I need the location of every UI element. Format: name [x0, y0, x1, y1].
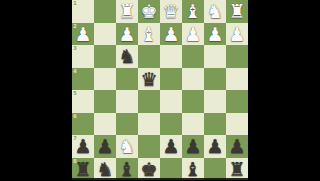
- piece-black-pawn-c7[interactable]: ♟: [182, 135, 204, 158]
- square-e4[interactable]: ♛: [138, 68, 160, 91]
- square-g5[interactable]: [94, 90, 116, 113]
- piece-white-pawn-d2[interactable]: ♟: [160, 23, 182, 46]
- square-a3[interactable]: [226, 45, 248, 68]
- square-d4[interactable]: [160, 68, 182, 91]
- video-frame: 1♜♚♛♝♞♜2♟♟♝♟♟♟♟3♞4♛567♟♟♞♟♟♟♟8♜♞♝♚♝♜: [0, 0, 320, 180]
- square-f2[interactable]: ♟: [116, 23, 138, 46]
- square-g4[interactable]: [94, 68, 116, 91]
- square-b3[interactable]: [204, 45, 226, 68]
- piece-black-queen-e4[interactable]: ♛: [138, 68, 160, 91]
- square-f5[interactable]: [116, 90, 138, 113]
- square-b4[interactable]: [204, 68, 226, 91]
- square-h6[interactable]: 6: [72, 113, 94, 136]
- square-g7[interactable]: ♟: [94, 135, 116, 158]
- square-c6[interactable]: [182, 113, 204, 136]
- square-c4[interactable]: [182, 68, 204, 91]
- square-e2[interactable]: ♝: [138, 23, 160, 46]
- piece-white-knight-b1[interactable]: ♞: [204, 0, 226, 23]
- piece-black-pawn-h7[interactable]: ♟: [72, 135, 94, 158]
- letterbox-right: [248, 0, 320, 180]
- square-g6[interactable]: [94, 113, 116, 136]
- piece-white-bishop-c1[interactable]: ♝: [182, 0, 204, 23]
- piece-white-pawn-f2[interactable]: ♟: [116, 23, 138, 46]
- square-a1[interactable]: ♜: [226, 0, 248, 23]
- square-a7[interactable]: ♟: [226, 135, 248, 158]
- board-bottom-edge: [72, 178, 248, 181]
- square-d1[interactable]: ♛: [160, 0, 182, 23]
- rank-label-1: 1: [73, 0, 77, 6]
- square-e3[interactable]: [138, 45, 160, 68]
- square-d7[interactable]: ♟: [160, 135, 182, 158]
- square-h2[interactable]: 2♟: [72, 23, 94, 46]
- square-g3[interactable]: [94, 45, 116, 68]
- square-d2[interactable]: ♟: [160, 23, 182, 46]
- square-g1[interactable]: [94, 0, 116, 23]
- square-f7[interactable]: ♞: [116, 135, 138, 158]
- piece-white-bishop-e2[interactable]: ♝: [138, 23, 160, 46]
- piece-white-rook-a1[interactable]: ♜: [226, 0, 248, 23]
- square-e7[interactable]: [138, 135, 160, 158]
- piece-black-pawn-g7[interactable]: ♟: [94, 135, 116, 158]
- square-h4[interactable]: 4: [72, 68, 94, 91]
- square-b5[interactable]: [204, 90, 226, 113]
- piece-black-pawn-d7[interactable]: ♟: [160, 135, 182, 158]
- square-c3[interactable]: [182, 45, 204, 68]
- square-d3[interactable]: [160, 45, 182, 68]
- square-e1[interactable]: ♚: [138, 0, 160, 23]
- piece-black-pawn-b7[interactable]: ♟: [204, 135, 226, 158]
- piece-white-pawn-h2[interactable]: ♟: [72, 23, 94, 46]
- square-a5[interactable]: [226, 90, 248, 113]
- piece-white-pawn-a2[interactable]: ♟: [226, 23, 248, 46]
- square-b6[interactable]: [204, 113, 226, 136]
- rank-label-5: 5: [73, 90, 77, 96]
- rank-label-6: 6: [73, 113, 77, 119]
- square-f6[interactable]: [116, 113, 138, 136]
- square-e5[interactable]: [138, 90, 160, 113]
- square-e6[interactable]: [138, 113, 160, 136]
- piece-white-king-e1[interactable]: ♚: [138, 0, 160, 23]
- square-d5[interactable]: [160, 90, 182, 113]
- square-f3[interactable]: ♞: [116, 45, 138, 68]
- piece-white-rook-f1[interactable]: ♜: [116, 0, 138, 23]
- piece-black-knight-f3[interactable]: ♞: [116, 45, 138, 68]
- square-b1[interactable]: ♞: [204, 0, 226, 23]
- letterbox-left: [0, 0, 72, 180]
- square-g2[interactable]: [94, 23, 116, 46]
- rank-label-4: 4: [73, 68, 77, 74]
- square-a2[interactable]: ♟: [226, 23, 248, 46]
- square-b2[interactable]: ♟: [204, 23, 226, 46]
- square-b7[interactable]: ♟: [204, 135, 226, 158]
- square-a6[interactable]: [226, 113, 248, 136]
- square-h7[interactable]: 7♟: [72, 135, 94, 158]
- piece-white-knight-f7[interactable]: ♞: [116, 135, 138, 158]
- square-d6[interactable]: [160, 113, 182, 136]
- piece-white-pawn-b2[interactable]: ♟: [204, 23, 226, 46]
- square-f4[interactable]: [116, 68, 138, 91]
- square-c2[interactable]: ♟: [182, 23, 204, 46]
- square-c7[interactable]: ♟: [182, 135, 204, 158]
- square-h3[interactable]: 3: [72, 45, 94, 68]
- square-h1[interactable]: 1: [72, 0, 94, 23]
- square-f1[interactable]: ♜: [116, 0, 138, 23]
- square-h5[interactable]: 5: [72, 90, 94, 113]
- square-c5[interactable]: [182, 90, 204, 113]
- piece-white-queen-d1[interactable]: ♛: [160, 0, 182, 23]
- piece-white-pawn-c2[interactable]: ♟: [182, 23, 204, 46]
- chess-board[interactable]: 1♜♚♛♝♞♜2♟♟♝♟♟♟♟3♞4♛567♟♟♞♟♟♟♟8♜♞♝♚♝♜: [72, 0, 248, 180]
- square-c1[interactable]: ♝: [182, 0, 204, 23]
- rank-label-3: 3: [73, 45, 77, 51]
- square-a4[interactable]: [226, 68, 248, 91]
- piece-black-pawn-a7[interactable]: ♟: [226, 135, 248, 158]
